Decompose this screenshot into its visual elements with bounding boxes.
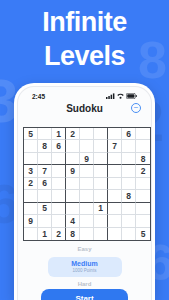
sudoku-cell-r7c3[interactable] — [52, 203, 66, 215]
sudoku-cell-r6c3[interactable] — [52, 190, 66, 202]
sudoku-cell-r1c9[interactable] — [136, 128, 150, 140]
sudoku-cell-r9c6[interactable] — [94, 228, 108, 240]
sudoku-cell-r5c6[interactable] — [94, 178, 108, 190]
hero-title-line1: Infinite — [0, 5, 169, 39]
sudoku-cell-r8c5[interactable] — [80, 215, 94, 227]
sudoku-cell-r3c3[interactable] — [52, 153, 66, 165]
sudoku-cell-r2c9[interactable] — [136, 140, 150, 152]
sudoku-cell-r4c9[interactable]: 2 — [136, 165, 150, 177]
sudoku-cell-r8c9[interactable] — [136, 215, 150, 227]
sudoku-cell-r2c4[interactable] — [66, 140, 80, 152]
sudoku-board[interactable]: 512686798379226851941285 — [23, 127, 151, 241]
sudoku-cell-r4c4[interactable]: 9 — [66, 165, 80, 177]
difficulty-selected-pill[interactable]: Medium 1000 Points — [48, 257, 122, 277]
wifi-icon — [117, 93, 124, 99]
sudoku-cell-r7c8[interactable] — [122, 203, 136, 215]
sudoku-cell-r5c8[interactable] — [122, 178, 136, 190]
difficulty-picker: Easy Medium 1000 Points Hard — [18, 245, 151, 289]
sudoku-cell-r7c7[interactable] — [108, 203, 122, 215]
sudoku-cell-r6c9[interactable] — [136, 190, 150, 202]
phone-mockup: 2:45 — [14, 83, 155, 300]
sudoku-cell-r6c2[interactable] — [38, 190, 52, 202]
sudoku-cell-r7c1[interactable] — [24, 203, 38, 215]
sudoku-cell-r3c2[interactable] — [38, 153, 52, 165]
sudoku-cell-r7c2[interactable]: 5 — [38, 203, 52, 215]
sudoku-cell-r2c1[interactable] — [24, 140, 38, 152]
sudoku-cell-r5c9[interactable] — [136, 178, 150, 190]
sudoku-cell-r7c4[interactable] — [66, 203, 80, 215]
battery-icon — [126, 93, 137, 99]
sudoku-cell-r2c6[interactable] — [94, 140, 108, 152]
sudoku-cell-r5c3[interactable] — [52, 178, 66, 190]
sudoku-cell-r2c5[interactable] — [80, 140, 94, 152]
signal-icon — [106, 93, 115, 99]
hero-title-line2: Levels — [0, 39, 169, 73]
sudoku-cell-r2c7[interactable]: 7 — [108, 140, 122, 152]
status-bar: 2:45 — [18, 91, 151, 101]
sudoku-cell-r6c5[interactable] — [80, 190, 94, 202]
sudoku-cell-r5c2[interactable]: 6 — [38, 178, 52, 190]
minus-circle-icon[interactable]: − — [131, 103, 141, 113]
sudoku-cell-r5c7[interactable] — [108, 178, 122, 190]
difficulty-selected-subtext: 1000 Points — [48, 268, 122, 274]
sudoku-cell-r3c5[interactable]: 9 — [80, 153, 94, 165]
sudoku-cell-r3c1[interactable] — [24, 153, 38, 165]
sudoku-cell-r3c8[interactable] — [122, 153, 136, 165]
sudoku-cell-r4c5[interactable] — [80, 165, 94, 177]
sudoku-cell-r6c1[interactable] — [24, 190, 38, 202]
sudoku-cell-r2c8[interactable] — [122, 140, 136, 152]
sudoku-cell-r9c1[interactable] — [24, 228, 38, 240]
sudoku-cell-r1c2[interactable] — [38, 128, 52, 140]
sudoku-cell-r9c3[interactable]: 2 — [52, 228, 66, 240]
difficulty-option-easy[interactable]: Easy — [18, 245, 151, 254]
sudoku-cell-r6c4[interactable] — [66, 190, 80, 202]
sudoku-cell-r3c4[interactable] — [66, 153, 80, 165]
sudoku-cell-r4c3[interactable] — [52, 165, 66, 177]
sudoku-cell-r1c4[interactable]: 2 — [66, 128, 80, 140]
sudoku-cell-r4c7[interactable] — [108, 165, 122, 177]
sudoku-cell-r9c9[interactable]: 5 — [136, 228, 150, 240]
phone-screen: 2:45 — [17, 86, 152, 300]
sudoku-cell-r3c9[interactable]: 8 — [136, 153, 150, 165]
sudoku-cell-r8c2[interactable] — [38, 215, 52, 227]
sudoku-cell-r8c4[interactable]: 4 — [66, 215, 80, 227]
sudoku-cell-r9c5[interactable] — [80, 228, 94, 240]
sudoku-cell-r5c1[interactable]: 2 — [24, 178, 38, 190]
sudoku-cell-r7c6[interactable]: 1 — [94, 203, 108, 215]
sudoku-cell-r4c6[interactable] — [94, 165, 108, 177]
sudoku-cell-r6c6[interactable] — [94, 190, 108, 202]
sudoku-cell-r1c1[interactable]: 5 — [24, 128, 38, 140]
sudoku-cell-r6c8[interactable]: 8 — [122, 190, 136, 202]
sudoku-cell-r8c7[interactable] — [108, 215, 122, 227]
sudoku-cell-r5c5[interactable] — [80, 178, 94, 190]
sudoku-cell-r3c7[interactable] — [108, 153, 122, 165]
sudoku-cell-r8c3[interactable] — [52, 215, 66, 227]
sudoku-cell-r1c6[interactable] — [94, 128, 108, 140]
sudoku-cell-r1c7[interactable] — [108, 128, 122, 140]
sudoku-cell-r3c6[interactable] — [94, 153, 108, 165]
app-store-screenshot: 38266 Infinite Levels 2:45 — [0, 0, 169, 300]
sudoku-cell-r1c8[interactable]: 6 — [122, 128, 136, 140]
sudoku-cell-r7c9[interactable] — [136, 203, 150, 215]
sudoku-cell-r8c6[interactable] — [94, 215, 108, 227]
hero-title: Infinite Levels — [0, 5, 169, 73]
sudoku-cell-r4c8[interactable] — [122, 165, 136, 177]
difficulty-option-hard[interactable]: Hard — [18, 280, 151, 289]
sudoku-cell-r1c5[interactable] — [80, 128, 94, 140]
status-icons — [106, 93, 137, 99]
app-header: Sudoku − — [18, 103, 151, 117]
sudoku-cell-r9c4[interactable]: 8 — [66, 228, 80, 240]
sudoku-cell-r1c3[interactable]: 1 — [52, 128, 66, 140]
sudoku-cell-r8c8[interactable] — [122, 215, 136, 227]
difficulty-selected-label: Medium — [48, 259, 122, 268]
sudoku-cell-r2c2[interactable]: 8 — [38, 140, 52, 152]
sudoku-cell-r8c1[interactable]: 9 — [24, 215, 38, 227]
sudoku-cell-r6c7[interactable] — [108, 190, 122, 202]
sudoku-cell-r4c1[interactable]: 3 — [24, 165, 38, 177]
start-button[interactable]: Start — [41, 289, 128, 300]
status-time: 2:45 — [32, 93, 45, 100]
sudoku-cell-r2c3[interactable]: 6 — [52, 140, 66, 152]
sudoku-cell-r9c2[interactable]: 1 — [38, 228, 52, 240]
sudoku-cell-r9c8[interactable] — [122, 228, 136, 240]
sudoku-cell-r4c2[interactable]: 7 — [38, 165, 52, 177]
sudoku-cell-r5c4[interactable] — [66, 178, 80, 190]
sudoku-cell-r7c5[interactable] — [80, 203, 94, 215]
sudoku-cell-r9c7[interactable] — [108, 228, 122, 240]
